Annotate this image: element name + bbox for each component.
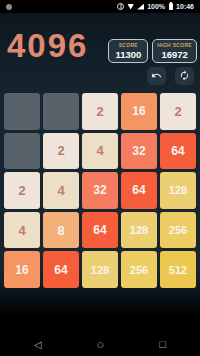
tile-1-1: 2 xyxy=(43,133,79,170)
tile-0-4: 2 xyxy=(160,93,196,130)
tile-2-0: 2 xyxy=(4,172,40,209)
recents-icon[interactable]: □ xyxy=(159,338,166,350)
home-icon[interactable]: ○ xyxy=(97,338,105,351)
cell-signal-icon xyxy=(137,4,144,10)
app-screen: 100% 10:46 4096 SCORE 11300 HIGH SCORE 1… xyxy=(0,0,200,356)
high-score-value: 16972 xyxy=(157,49,192,60)
undo-button[interactable] xyxy=(147,67,166,85)
tile-3-4: 256 xyxy=(160,212,196,249)
tile-1-0 xyxy=(4,133,40,170)
battery-percent-label: 100% xyxy=(147,3,165,10)
android-nav-bar: ◁ ○ □ xyxy=(0,336,200,352)
tile-2-4: 128 xyxy=(160,172,196,209)
notification-dot-icon xyxy=(6,4,12,10)
status-bar-right: 100% 10:46 xyxy=(117,3,194,10)
tile-3-2: 64 xyxy=(82,212,118,249)
tile-1-3: 32 xyxy=(121,133,157,170)
tile-0-2: 2 xyxy=(82,93,118,130)
tile-3-1: 8 xyxy=(43,212,79,249)
tile-3-0: 4 xyxy=(4,212,40,249)
clock-label: 10:46 xyxy=(176,3,194,10)
tile-4-1: 64 xyxy=(43,251,79,288)
status-bar: 100% 10:46 xyxy=(0,0,200,13)
high-score-box: HIGH SCORE 16972 xyxy=(152,39,197,63)
tile-2-1: 4 xyxy=(43,172,79,209)
tile-4-3: 256 xyxy=(121,251,157,288)
high-score-label: HIGH SCORE xyxy=(157,42,192,48)
tile-0-1 xyxy=(43,93,79,130)
control-buttons xyxy=(147,67,194,85)
tile-4-0: 16 xyxy=(4,251,40,288)
tile-3-3: 128 xyxy=(121,212,157,249)
tile-4-2: 128 xyxy=(82,251,118,288)
back-icon[interactable]: ◁ xyxy=(34,339,42,350)
score-box: SCORE 11300 xyxy=(108,39,148,63)
battery-icon xyxy=(169,3,173,10)
tile-4-4: 512 xyxy=(160,251,196,288)
tile-0-0 xyxy=(4,93,40,130)
restart-refresh-icon xyxy=(179,67,190,85)
undo-icon xyxy=(151,67,162,85)
tile-1-2: 4 xyxy=(82,133,118,170)
wifi-icon xyxy=(127,4,134,10)
game-board[interactable]: 2162243264243264128486412825616641282565… xyxy=(4,93,196,288)
score-label: SCORE xyxy=(113,42,143,48)
score-value: 11300 xyxy=(113,49,143,60)
tile-1-4: 64 xyxy=(160,133,196,170)
tile-2-2: 32 xyxy=(82,172,118,209)
do-not-disturb-icon xyxy=(117,3,124,10)
game-title: 4096 xyxy=(7,29,88,62)
tile-2-3: 64 xyxy=(121,172,157,209)
tile-0-3: 16 xyxy=(121,93,157,130)
status-bar-left xyxy=(6,4,12,10)
restart-button[interactable] xyxy=(175,67,194,85)
score-panel: SCORE 11300 HIGH SCORE 16972 xyxy=(108,39,197,63)
